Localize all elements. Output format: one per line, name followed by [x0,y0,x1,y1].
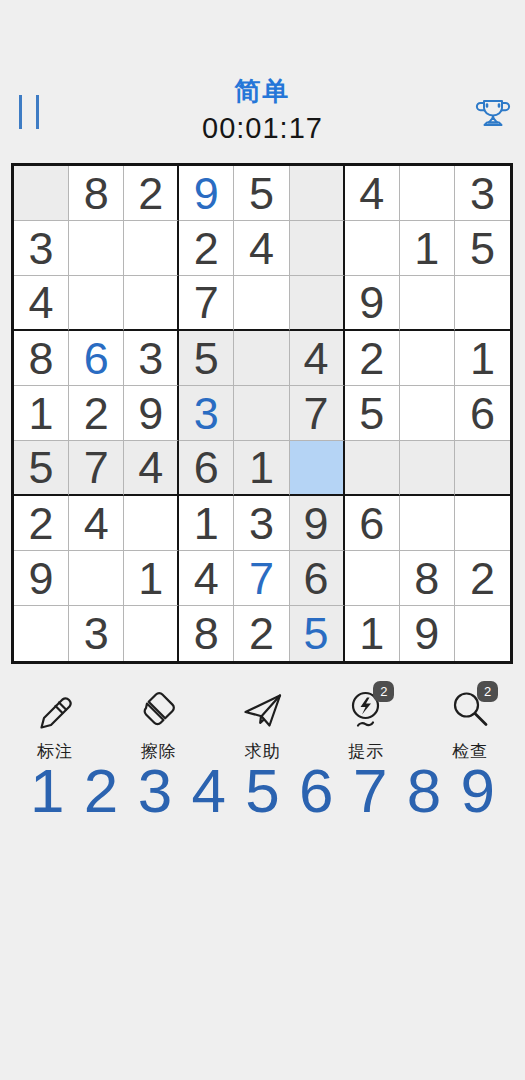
numpad-key-6[interactable]: 6 [299,760,333,822]
cell-r1c4[interactable]: 9 [179,166,234,221]
cell-r3c4[interactable]: 7 [179,276,234,331]
cell-r1c9[interactable]: 3 [455,166,510,221]
cell-r8c2[interactable] [69,551,124,606]
magnifier-button[interactable]: 2检查 [441,687,499,763]
cell-r9c1[interactable] [14,606,69,661]
lightbulb-button[interactable]: 2提示 [337,687,395,763]
cell-r5c9[interactable]: 6 [455,386,510,441]
cell-r5c6[interactable]: 7 [290,386,345,441]
cell-r4c5[interactable] [234,331,289,386]
cell-r8c9[interactable]: 2 [455,551,510,606]
cell-r2c2[interactable] [69,221,124,276]
paper-plane-button[interactable]: 求助 [234,687,292,763]
cell-r6c6[interactable] [290,441,345,496]
cell-r1c2[interactable]: 8 [69,166,124,221]
numpad-key-7[interactable]: 7 [353,760,387,822]
timer: 00:01:17 [0,112,525,145]
cell-r8c8[interactable]: 8 [400,551,455,606]
cell-r4c6[interactable]: 4 [290,331,345,386]
cell-r9c4[interactable]: 8 [179,606,234,661]
cell-r9c7[interactable]: 1 [345,606,400,661]
cell-r9c2[interactable]: 3 [69,606,124,661]
cell-r7c3[interactable] [124,496,179,551]
numpad-key-5[interactable]: 5 [245,760,279,822]
cell-r5c8[interactable] [400,386,455,441]
cell-r9c3[interactable] [124,606,179,661]
cell-r3c5[interactable] [234,276,289,331]
numpad-key-1[interactable]: 1 [30,760,64,822]
toolbar: 标注擦除求助2提示2检查 [0,687,525,763]
numpad-key-2[interactable]: 2 [84,760,118,822]
paper-plane-icon [240,687,286,733]
cell-r2c5[interactable]: 4 [234,221,289,276]
cell-r1c5[interactable]: 5 [234,166,289,221]
cell-r1c6[interactable] [290,166,345,221]
cell-r5c4[interactable]: 3 [179,386,234,441]
difficulty-label: 简单 [0,74,525,109]
eraser-button[interactable]: 擦除 [130,687,188,763]
cell-r5c7[interactable]: 5 [345,386,400,441]
cell-r6c3[interactable]: 4 [124,441,179,496]
cell-r8c3[interactable]: 1 [124,551,179,606]
cell-r4c8[interactable] [400,331,455,386]
cell-r2c4[interactable]: 2 [179,221,234,276]
cell-r6c8[interactable] [400,441,455,496]
sudoku-board: 8295433241547986354211293756574612413969… [11,163,513,664]
cell-r7c9[interactable] [455,496,510,551]
cell-r3c2[interactable] [69,276,124,331]
cell-r7c6[interactable]: 9 [290,496,345,551]
cell-r9c5[interactable]: 2 [234,606,289,661]
cell-r5c2[interactable]: 2 [69,386,124,441]
cell-r6c9[interactable] [455,441,510,496]
header: 简单 00:01:17 [0,74,525,145]
cell-r4c2[interactable]: 6 [69,331,124,386]
cell-r3c9[interactable] [455,276,510,331]
badge-count: 2 [373,681,394,702]
cell-r2c6[interactable] [290,221,345,276]
cell-r5c1[interactable]: 1 [14,386,69,441]
cell-r4c7[interactable]: 2 [345,331,400,386]
cell-r7c7[interactable]: 6 [345,496,400,551]
cell-r4c4[interactable]: 5 [179,331,234,386]
cell-r7c1[interactable]: 2 [14,496,69,551]
cell-r1c8[interactable] [400,166,455,221]
cell-r3c1[interactable]: 4 [14,276,69,331]
number-pad: 123456789 [0,760,525,822]
numpad-key-4[interactable]: 4 [191,760,225,822]
cell-r7c8[interactable] [400,496,455,551]
cell-r6c7[interactable] [345,441,400,496]
cell-r2c8[interactable]: 1 [400,221,455,276]
cell-r2c3[interactable] [124,221,179,276]
badge-count: 2 [477,681,498,702]
cell-r2c7[interactable] [345,221,400,276]
cell-r7c4[interactable]: 1 [179,496,234,551]
cell-r6c5[interactable]: 1 [234,441,289,496]
cell-r3c6[interactable] [290,276,345,331]
cell-r8c5[interactable]: 7 [234,551,289,606]
cell-r6c4[interactable]: 6 [179,441,234,496]
cell-r8c1[interactable]: 9 [14,551,69,606]
cell-r3c3[interactable] [124,276,179,331]
numpad-key-3[interactable]: 3 [138,760,172,822]
cell-r4c1[interactable]: 8 [14,331,69,386]
cell-r4c9[interactable]: 1 [455,331,510,386]
eraser-icon [136,687,182,733]
cell-r9c6[interactable]: 5 [290,606,345,661]
cell-r4c3[interactable]: 3 [124,331,179,386]
cell-r9c8[interactable]: 9 [400,606,455,661]
cell-r1c1[interactable] [14,166,69,221]
cell-r3c8[interactable] [400,276,455,331]
numpad-key-9[interactable]: 9 [461,760,495,822]
cell-r2c1[interactable]: 3 [14,221,69,276]
cell-r5c5[interactable] [234,386,289,441]
cell-r8c4[interactable]: 4 [179,551,234,606]
cell-r5c3[interactable]: 9 [124,386,179,441]
cell-r1c7[interactable]: 4 [345,166,400,221]
cell-r8c6[interactable]: 6 [290,551,345,606]
cell-r6c2[interactable]: 7 [69,441,124,496]
numpad-key-8[interactable]: 8 [407,760,441,822]
cell-r1c3[interactable]: 2 [124,166,179,221]
cell-r7c5[interactable]: 3 [234,496,289,551]
cell-r7c2[interactable]: 4 [69,496,124,551]
trophy-icon [473,92,513,132]
cell-r3c7[interactable]: 9 [345,276,400,331]
pencil-icon [32,687,78,733]
cell-r9c9[interactable] [455,606,510,661]
cell-r8c7[interactable] [345,551,400,606]
cell-r2c9[interactable]: 5 [455,221,510,276]
pencil-button[interactable]: 标注 [26,687,84,763]
trophy-button[interactable] [473,92,513,132]
cell-r6c1[interactable]: 5 [14,441,69,496]
